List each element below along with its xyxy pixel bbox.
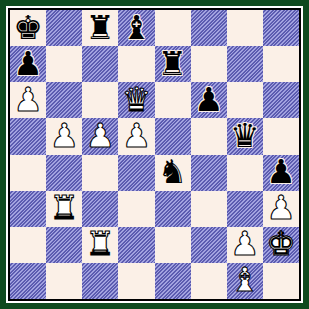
white-rook-icon-b3: ♜ [49,191,79,224]
square-f3[interactable] [191,191,227,227]
square-f1[interactable] [191,263,227,299]
square-e7[interactable]: ♜ [155,46,191,82]
square-c8[interactable]: ♜ [82,10,118,46]
black-pawn-icon-f6: ♟ [194,83,224,116]
square-e6[interactable] [155,82,191,118]
square-c2[interactable]: ♜ [82,227,118,263]
black-bishop-icon-d8: ♝ [122,11,152,44]
square-d3[interactable] [118,191,154,227]
black-rook-icon-e7: ♜ [158,47,188,80]
square-f5[interactable] [191,118,227,154]
square-h2[interactable]: ♚ [263,227,299,263]
square-a1[interactable] [10,263,46,299]
white-queen-icon-d6: ♛ [122,83,152,116]
white-pawn-icon-a6: ♟ [13,83,43,116]
square-d1[interactable] [118,263,154,299]
square-a7[interactable]: ♟ [10,46,46,82]
square-c1[interactable] [82,263,118,299]
square-h4[interactable]: ♟ [263,155,299,191]
square-b6[interactable] [46,82,82,118]
white-pawn-icon-c5: ♟ [86,119,116,152]
square-b3[interactable]: ♜ [46,191,82,227]
white-pawn-icon-d5: ♟ [122,119,152,152]
square-c7[interactable] [82,46,118,82]
white-bishop-icon-g1: ♝ [230,263,260,296]
white-pawn-icon-h3: ♟ [266,191,296,224]
white-pawn-icon-g2: ♟ [230,227,260,260]
square-a5[interactable] [10,118,46,154]
square-d7[interactable] [118,46,154,82]
frame-inner-black-line: ♚♜♝♟♜♟♛♟♟♟♟♛♞♟♜♟♜♟♚♝ [8,8,301,301]
black-queen-icon-g5: ♛ [230,119,260,152]
black-rook-icon-c8: ♜ [86,11,116,44]
square-g3[interactable] [227,191,263,227]
square-g5[interactable]: ♛ [227,118,263,154]
square-g2[interactable]: ♟ [227,227,263,263]
square-h7[interactable] [263,46,299,82]
square-h6[interactable] [263,82,299,118]
square-c4[interactable] [82,155,118,191]
board-frame: ♚♜♝♟♜♟♛♟♟♟♟♛♞♟♜♟♜♟♚♝ [0,0,309,309]
square-c6[interactable] [82,82,118,118]
square-d8[interactable]: ♝ [118,10,154,46]
square-g7[interactable] [227,46,263,82]
chess-board: ♚♜♝♟♜♟♛♟♟♟♟♛♞♟♜♟♜♟♚♝ [10,10,299,299]
square-b7[interactable] [46,46,82,82]
square-b5[interactable]: ♟ [46,118,82,154]
square-a8[interactable]: ♚ [10,10,46,46]
square-d4[interactable] [118,155,154,191]
black-pawn-icon-a7: ♟ [13,47,43,80]
square-h8[interactable] [263,10,299,46]
square-d6[interactable]: ♛ [118,82,154,118]
square-h1[interactable] [263,263,299,299]
square-e4[interactable]: ♞ [155,155,191,191]
square-f8[interactable] [191,10,227,46]
square-g4[interactable] [227,155,263,191]
frame-inner-white-line: ♚♜♝♟♜♟♛♟♟♟♟♛♞♟♜♟♜♟♚♝ [6,6,303,303]
square-b2[interactable] [46,227,82,263]
square-e2[interactable] [155,227,191,263]
square-b8[interactable] [46,10,82,46]
white-king-icon-h2: ♚ [266,227,296,260]
square-e1[interactable] [155,263,191,299]
square-a2[interactable] [10,227,46,263]
square-f4[interactable] [191,155,227,191]
square-a6[interactable]: ♟ [10,82,46,118]
square-a3[interactable] [10,191,46,227]
square-e8[interactable] [155,10,191,46]
square-g8[interactable] [227,10,263,46]
square-f7[interactable] [191,46,227,82]
square-d2[interactable] [118,227,154,263]
square-f2[interactable] [191,227,227,263]
square-h3[interactable]: ♟ [263,191,299,227]
square-e5[interactable] [155,118,191,154]
square-b1[interactable] [46,263,82,299]
square-c3[interactable] [82,191,118,227]
square-g6[interactable] [227,82,263,118]
square-g1[interactable]: ♝ [227,263,263,299]
square-a4[interactable] [10,155,46,191]
square-h5[interactable] [263,118,299,154]
black-knight-icon-e4: ♞ [158,155,188,188]
black-pawn-icon-h4: ♟ [266,155,296,188]
square-d5[interactable]: ♟ [118,118,154,154]
black-king-icon-a8: ♚ [13,11,43,44]
square-f6[interactable]: ♟ [191,82,227,118]
square-c5[interactable]: ♟ [82,118,118,154]
white-pawn-icon-b5: ♟ [49,119,79,152]
white-rook-icon-c2: ♜ [86,227,116,260]
square-b4[interactable] [46,155,82,191]
square-e3[interactable] [155,191,191,227]
